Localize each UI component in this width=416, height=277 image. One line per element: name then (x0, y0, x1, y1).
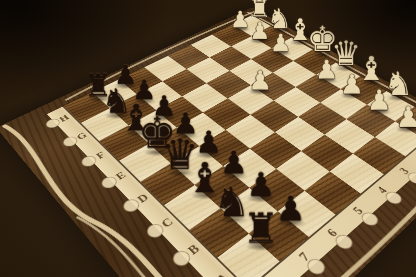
piece-white-king-e1: ♚ (307, 22, 338, 57)
piece-white-knight-b1: ♞ (384, 67, 413, 100)
board-squares: ♜♞♝♛♚♝♞♜♟♟♟♟♟♟♟♟♟♟♟♟♟♟♟♟♜♞♝♛♚♝♞♜ (64, 15, 416, 277)
chessboard-photo: ABCDEFGH 87654321 ♜♞♝♛♚♝♞♜♟♟♟♟♟♟♟♟♟♟♟♟♟♟… (0, 0, 416, 277)
piece-white-rook-h1: ♜ (248, 0, 271, 21)
piece-white-knight-g1: ♞ (267, 5, 292, 33)
piece-white-queen-d1: ♛ (331, 37, 361, 71)
chess-board: ABCDEFGH 87654321 ♜♞♝♛♚♝♞♜♟♟♟♟♟♟♟♟♟♟♟♟♟♟… (0, 7, 416, 277)
piece-white-bishop-f1: ♝ (287, 15, 314, 45)
perspective-scene: ABCDEFGH 87654321 ♜♞♝♛♚♝♞♜♟♟♟♟♟♟♟♟♟♟♟♟♟♟… (0, 0, 416, 277)
piece-white-bishop-c1: ♝ (357, 52, 386, 85)
